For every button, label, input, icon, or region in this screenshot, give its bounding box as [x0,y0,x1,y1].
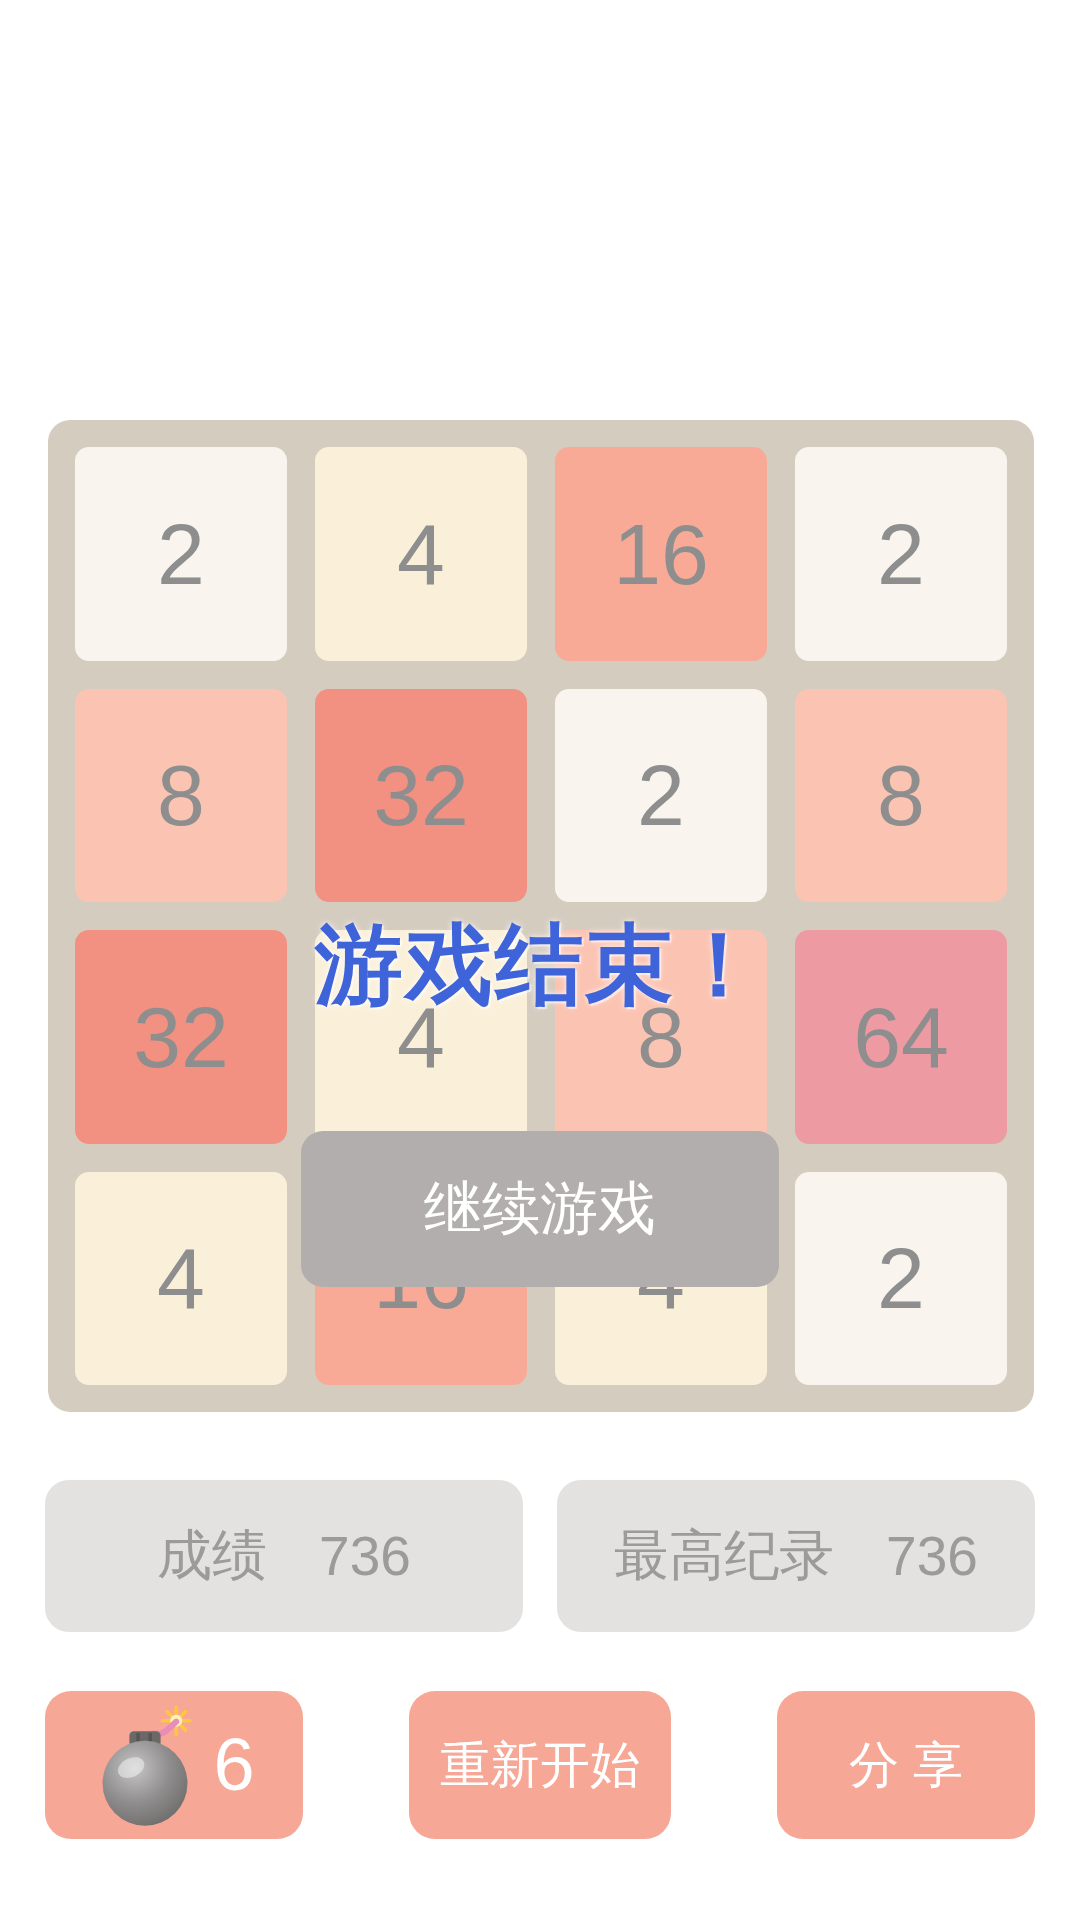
best-score-panel: 最高纪录 736 [557,1480,1035,1632]
bomb-button[interactable]: 6 [45,1691,303,1839]
bomb-icon [93,1703,197,1827]
tile-r2c1-8: 8 [75,689,287,903]
continue-button[interactable]: 继续游戏 [301,1131,779,1287]
best-score-value: 736 [886,1524,978,1588]
tile-r1c3-16: 16 [555,447,767,661]
continue-button-label: 继续游戏 [424,1170,656,1248]
tile-r1c4-2: 2 [795,447,1007,661]
app-screen: { "game": "2048 (game over overlay, Chin… [0,0,1080,1920]
tile-r4c1-4: 4 [75,1172,287,1386]
share-button-label: 分 享 [849,1732,963,1799]
tile-r2c2-32: 32 [315,689,527,903]
tile-r2c4-8: 8 [795,689,1007,903]
score-row: 成绩 736 最高纪录 736 [45,1480,1035,1632]
tile-r1c1-2: 2 [75,447,287,661]
restart-button-label: 重新开始 [440,1732,640,1799]
score-value: 736 [319,1524,411,1588]
tile-r2c3-2: 2 [555,689,767,903]
score-label: 成绩 [157,1519,267,1593]
score-panel: 成绩 736 [45,1480,523,1632]
game-over-text: 游戏结束！ [0,906,1080,1025]
restart-button[interactable]: 重新开始 [409,1691,671,1839]
share-button[interactable]: 分 享 [777,1691,1035,1839]
tile-r4c4-2: 2 [795,1172,1007,1386]
footer-buttons: 6 重新开始 分 享 [45,1691,1035,1839]
best-score-label: 最高纪录 [614,1519,834,1593]
tile-r1c2-4: 4 [315,447,527,661]
bomb-count: 6 [213,1728,254,1802]
